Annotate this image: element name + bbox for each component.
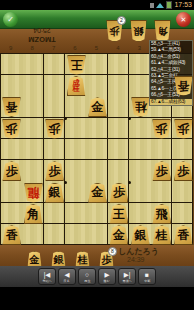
file-label-7: 7 (43, 44, 64, 53)
android-nav-bar: ↩ (0, 287, 194, 310)
move-row-9[interactable]: 67.▲6二成桂(63) (150, 99, 192, 105)
check-icon: ✓ (7, 15, 14, 24)
piece-9-6-歩[interactable]: 歩 (2, 161, 21, 181)
piece-5-7-金[interactable]: 金 (88, 183, 107, 203)
file-label-6: 6 (64, 44, 85, 53)
battery-icon (166, 1, 172, 9)
file-label-5: 5 (86, 44, 107, 53)
hand-piece-角[interactable]: 角 (154, 20, 171, 42)
toolbar-icon: |◀ (44, 271, 51, 279)
toolbar-icon: ○ (85, 271, 89, 279)
toolbar-label: 中断 (144, 279, 150, 283)
toolbar-label: 先頭へ (42, 279, 52, 283)
file-label-9: 9 (0, 44, 21, 53)
piece-4-7-歩[interactable]: 歩 (109, 183, 128, 203)
toolbar-button-最後へ[interactable]: ▶|最後へ (118, 268, 136, 285)
android-status-bar: 17:53 (0, 0, 194, 10)
piece-4-9-金[interactable]: 金 (109, 225, 128, 245)
file-label-8: 8 (21, 44, 42, 53)
toolbar-icon: ◀ (65, 271, 70, 279)
piece-7-4-歩[interactable]: 歩 (45, 119, 64, 139)
piece-4-8-王[interactable]: 王 (109, 204, 128, 224)
piece-2-6-歩[interactable]: 歩 (152, 161, 171, 181)
toolbar-button-進む[interactable]: ▶進む (98, 268, 116, 285)
piece-2-8-飛[interactable]: 飛 (152, 204, 171, 224)
player-clock: 24:39 (127, 256, 145, 263)
star-point (64, 181, 67, 184)
hand-piece-count-badge: 8 (108, 247, 117, 256)
opponent-name: TMOZM (16, 35, 68, 44)
toolbar-button-先頭へ[interactable]: |◀先頭へ (38, 268, 56, 285)
toolbar-label: 戻る (64, 279, 70, 283)
star-point (128, 181, 131, 184)
exit-button[interactable]: ✕ (176, 12, 191, 27)
toolbar-label: 進む (104, 279, 110, 283)
hand-piece-glyph: 角 (154, 20, 171, 42)
file-label-4: 4 (107, 44, 128, 53)
toolbar-icon: ■ (145, 271, 149, 279)
wifi-icon (156, 3, 164, 8)
close-icon: ✕ (181, 16, 187, 24)
piece-9-9-香[interactable]: 香 (2, 225, 21, 245)
hand-piece-glyph: 銀 (130, 20, 147, 42)
opponent-clock: 25:04 (16, 26, 68, 35)
opponent-info: TMOZM 25:04 (16, 24, 68, 44)
hand-piece-count-badge: 2 (117, 16, 126, 25)
toolbar-icon: ▶ (105, 271, 110, 279)
replay-toolbar: |◀先頭へ◀戻る○再生▶進む▶|最後へ■中断 (0, 266, 194, 287)
piece-7-6-歩[interactable]: 歩 (45, 161, 64, 181)
toolbar-icon: ▶| (124, 271, 131, 279)
file-label-3: 3 (129, 44, 150, 53)
app-screen: 17:53 ✓ ✕ TMOZM 25:04 歩2銀角 987654321 王成桂… (0, 0, 194, 310)
star-point (64, 117, 67, 120)
piece-8-8-角[interactable]: 角 (24, 204, 43, 224)
piece-5-3-金[interactable]: 金 (88, 97, 107, 117)
toolbar-button-中断[interactable]: ■中断 (138, 268, 156, 285)
notification-icon (150, 3, 154, 8)
hand-piece-銀[interactable]: 銀 (130, 20, 147, 42)
toolbar-button-戻る[interactable]: ◀戻る (58, 268, 76, 285)
move-list-overlay[interactable]: 58.△3一王(41)59.▲4二馬(53)60.△4二金(51)61.▲4二成… (149, 40, 193, 106)
piece-7-7-銀[interactable]: 銀 (45, 183, 64, 203)
piece-3-9-銀[interactable]: 銀 (131, 225, 150, 245)
star-point (128, 117, 131, 120)
piece-2-9-桂[interactable]: 桂 (152, 225, 171, 245)
toolbar-label: 最後へ (122, 279, 132, 283)
toolbar-button-再生[interactable]: ○再生 (78, 268, 96, 285)
piece-1-9-香[interactable]: 香 (174, 225, 193, 245)
piece-6-2-成桂[interactable]: 成桂 (67, 76, 86, 96)
piece-1-6-歩[interactable]: 歩 (174, 161, 193, 181)
toolbar-label: 再生 (84, 279, 90, 283)
status-clock: 17:53 (174, 0, 192, 10)
hand-piece-歩[interactable]: 歩2 (106, 20, 123, 42)
